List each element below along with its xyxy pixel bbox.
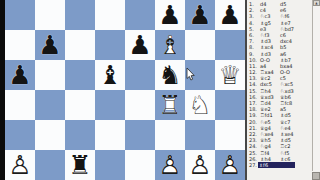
square[interactable] [95, 30, 125, 60]
square[interactable] [125, 150, 155, 180]
square[interactable] [35, 0, 65, 30]
move-list[interactable]: 1.d4d52.c4e63.♘c3♘f64.♗g5♗e75.e3♘bd76.♘f… [247, 1, 313, 170]
square[interactable]: ♞♘ [185, 90, 215, 120]
square[interactable]: ♟♙ [5, 150, 35, 180]
square[interactable] [5, 120, 35, 150]
square[interactable] [185, 60, 215, 90]
white-bishop-icon: ♝♗ [155, 30, 185, 60]
square[interactable] [125, 120, 155, 150]
move-row[interactable]: 27.♗f6 [247, 162, 313, 168]
square[interactable] [215, 120, 245, 150]
square[interactable] [35, 120, 65, 150]
square[interactable] [125, 60, 155, 90]
square[interactable] [5, 30, 35, 60]
square[interactable] [95, 0, 125, 30]
black-pawn-icon: ♟ [125, 30, 155, 60]
square[interactable] [155, 120, 185, 150]
white-move[interactable]: ♗f6 [258, 162, 296, 168]
square[interactable]: ♟ [35, 30, 65, 60]
square[interactable] [35, 150, 65, 180]
black-pawn-icon: ♟ [185, 0, 215, 30]
white-pawn-icon: ♟♙ [215, 150, 245, 180]
white-pawn-icon: ♟♙ [185, 150, 215, 180]
square[interactable]: ♟ [5, 60, 35, 90]
square[interactable] [65, 30, 95, 60]
video-frame: ♟♟♟♟♟♝♗♟♝♞♛♕♜♖♞♘♟♙♜♟♙♟♙♟♙ 1.d4d52.c4e63.… [0, 0, 320, 180]
black-knight-icon: ♞ [155, 60, 185, 90]
white-pawn-icon: ♟♙ [5, 150, 35, 180]
square[interactable] [125, 0, 155, 30]
square[interactable]: ♟ [215, 0, 245, 30]
black-pawn-icon: ♟ [5, 60, 35, 90]
white-rook-icon: ♜♖ [155, 90, 185, 120]
square[interactable] [125, 90, 155, 120]
square[interactable] [65, 60, 95, 90]
white-knight-icon: ♞♘ [185, 90, 215, 120]
square[interactable]: ♟♙ [155, 150, 185, 180]
scrollbar-corner [312, 172, 320, 180]
white-queen-icon: ♛♕ [215, 60, 245, 90]
square[interactable]: ♝♗ [155, 30, 185, 60]
square[interactable]: ♞ [155, 60, 185, 90]
square[interactable]: ♟ [155, 0, 185, 30]
black-pawn-icon: ♟ [215, 0, 245, 30]
square[interactable]: ♟♙ [185, 150, 215, 180]
square[interactable] [65, 0, 95, 30]
square[interactable]: ♟ [185, 0, 215, 30]
square[interactable]: ♛♕ [215, 60, 245, 90]
black-pawn-icon: ♟ [35, 30, 65, 60]
black-rook-icon: ♜ [65, 150, 95, 180]
square[interactable] [185, 30, 215, 60]
scroll-up-arrow-icon[interactable]: ▲ [313, 0, 320, 6]
square[interactable] [95, 90, 125, 120]
square[interactable] [35, 90, 65, 120]
black-pawn-icon: ♟ [155, 0, 185, 30]
square[interactable] [35, 60, 65, 90]
notation-panel: 1.d4d52.c4e63.♘c3♘f64.♗g5♗e75.e3♘bd76.♘f… [247, 0, 320, 180]
square[interactable] [95, 150, 125, 180]
white-pawn-icon: ♟♙ [155, 150, 185, 180]
square[interactable]: ♟♙ [215, 150, 245, 180]
square[interactable]: ♝ [95, 60, 125, 90]
square[interactable] [185, 120, 215, 150]
square[interactable]: ♜♖ [155, 90, 185, 120]
square[interactable] [215, 30, 245, 60]
square[interactable] [65, 90, 95, 120]
square[interactable] [5, 90, 35, 120]
black-bishop-icon: ♝ [95, 60, 125, 90]
square[interactable] [215, 90, 245, 120]
square[interactable] [65, 120, 95, 150]
square[interactable]: ♜ [65, 150, 95, 180]
chess-board[interactable]: ♟♟♟♟♟♝♗♟♝♞♛♕♜♖♞♘♟♙♜♟♙♟♙♟♙ [5, 0, 245, 180]
square[interactable] [95, 120, 125, 150]
square[interactable]: ♟ [125, 30, 155, 60]
black-move[interactable] [295, 162, 313, 168]
scrollbar-track[interactable]: ▲ [312, 0, 320, 171]
square[interactable] [5, 0, 35, 30]
